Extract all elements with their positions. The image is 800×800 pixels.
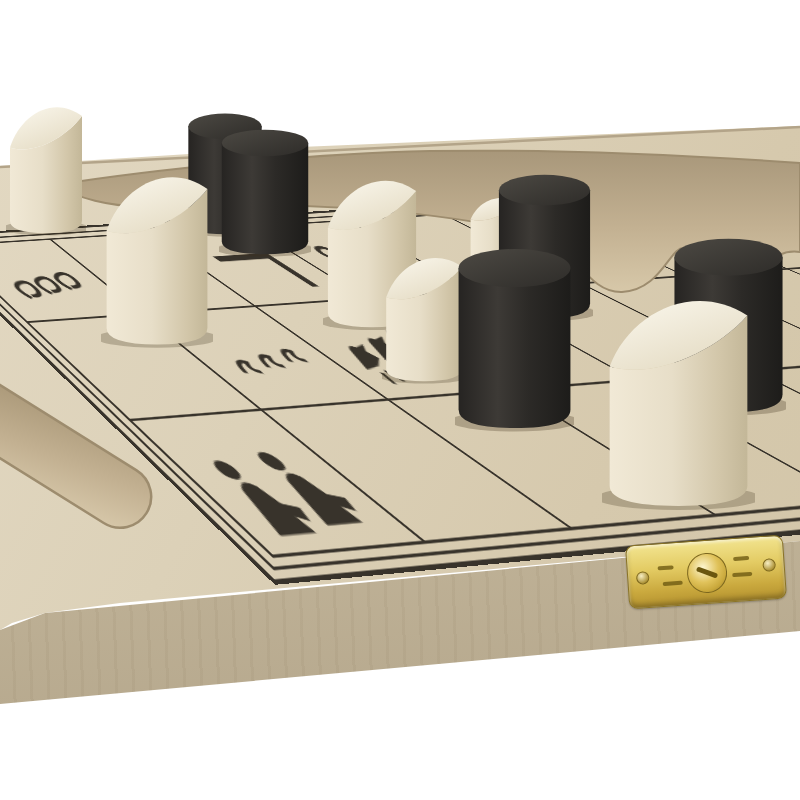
black-piece[interactable] <box>219 122 311 259</box>
black-piece[interactable] <box>455 238 574 435</box>
latch-screw-icon <box>636 571 650 585</box>
latch-screw-icon <box>762 558 776 572</box>
latch-etch-mark <box>732 572 752 577</box>
brass-latch <box>625 535 787 610</box>
latch-etch-mark <box>733 556 749 561</box>
white-piece[interactable] <box>382 249 466 386</box>
senet-box-photo <box>0 0 800 800</box>
white-piece[interactable] <box>6 98 86 238</box>
white-piece[interactable] <box>602 286 755 514</box>
latch-turn-knob-icon <box>686 552 729 595</box>
latch-etch-mark <box>657 565 673 570</box>
latch-etch-mark <box>663 581 683 586</box>
white-piece[interactable] <box>101 165 213 351</box>
